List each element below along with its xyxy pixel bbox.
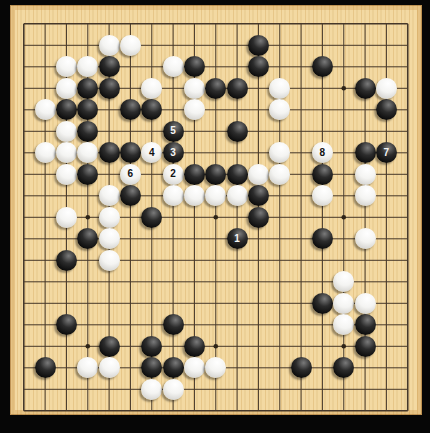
board-point[interactable] xyxy=(56,56,77,78)
board-point[interactable] xyxy=(162,293,183,315)
board-point[interactable] xyxy=(354,121,375,143)
board-point[interactable] xyxy=(120,78,141,100)
board-point[interactable] xyxy=(205,336,226,358)
board-point[interactable] xyxy=(98,78,119,100)
board-point[interactable] xyxy=(333,35,354,57)
board-point[interactable] xyxy=(56,207,77,229)
board-point[interactable] xyxy=(333,336,354,358)
board-point[interactable] xyxy=(333,207,354,229)
board-point[interactable] xyxy=(354,379,375,401)
board-point[interactable] xyxy=(205,13,226,35)
board-point[interactable] xyxy=(34,164,55,186)
board-point[interactable] xyxy=(77,35,98,57)
board-point[interactable] xyxy=(34,250,55,272)
board-point[interactable] xyxy=(77,164,98,186)
board-point[interactable] xyxy=(376,35,397,57)
board-point[interactable] xyxy=(120,99,141,121)
board-point[interactable] xyxy=(226,35,247,57)
board-point[interactable] xyxy=(397,121,418,143)
board-point[interactable] xyxy=(162,35,183,57)
board-point[interactable] xyxy=(98,228,119,250)
board-point[interactable] xyxy=(248,379,269,401)
board-point[interactable] xyxy=(248,400,269,422)
board-point[interactable] xyxy=(397,400,418,422)
board-point[interactable] xyxy=(226,314,247,336)
board-point[interactable] xyxy=(290,314,311,336)
board-point[interactable] xyxy=(226,207,247,229)
board-point[interactable] xyxy=(34,293,55,315)
board-point[interactable] xyxy=(120,185,141,207)
board-point[interactable] xyxy=(162,78,183,100)
board-point[interactable] xyxy=(333,271,354,293)
board-point[interactable] xyxy=(354,250,375,272)
board-point[interactable] xyxy=(290,228,311,250)
board-point[interactable] xyxy=(56,271,77,293)
board-point[interactable] xyxy=(376,207,397,229)
board-point[interactable] xyxy=(120,271,141,293)
board-point[interactable] xyxy=(184,379,205,401)
board-point[interactable] xyxy=(354,99,375,121)
board-point[interactable] xyxy=(120,228,141,250)
board-point[interactable] xyxy=(162,99,183,121)
board-point[interactable] xyxy=(56,99,77,121)
goban[interactable]: 54387621 xyxy=(10,5,422,415)
board-point[interactable] xyxy=(248,336,269,358)
board-point[interactable] xyxy=(77,185,98,207)
board-point[interactable] xyxy=(397,164,418,186)
board-point[interactable] xyxy=(98,121,119,143)
board-point[interactable] xyxy=(56,121,77,143)
board-point[interactable] xyxy=(162,207,183,229)
board-point[interactable] xyxy=(290,357,311,379)
board-point[interactable] xyxy=(248,99,269,121)
board-point[interactable] xyxy=(120,13,141,35)
board-point[interactable] xyxy=(184,314,205,336)
board-point[interactable] xyxy=(269,357,290,379)
board-point[interactable] xyxy=(226,164,247,186)
board-point[interactable] xyxy=(162,271,183,293)
board-point[interactable] xyxy=(184,271,205,293)
board-point[interactable] xyxy=(269,121,290,143)
board-point[interactable] xyxy=(13,314,34,336)
board-point[interactable] xyxy=(333,78,354,100)
board-point[interactable] xyxy=(184,336,205,358)
board-point[interactable] xyxy=(226,250,247,272)
board-point[interactable] xyxy=(184,35,205,57)
board-point[interactable] xyxy=(120,293,141,315)
board-point[interactable] xyxy=(98,314,119,336)
board-point[interactable] xyxy=(34,99,55,121)
board-point[interactable] xyxy=(354,35,375,57)
board-point[interactable] xyxy=(162,13,183,35)
board-point[interactable] xyxy=(333,99,354,121)
board-point[interactable] xyxy=(248,142,269,164)
board-point[interactable] xyxy=(290,78,311,100)
board-point[interactable] xyxy=(269,336,290,358)
board-point[interactable] xyxy=(56,336,77,358)
board-point[interactable] xyxy=(248,250,269,272)
board-point[interactable] xyxy=(205,271,226,293)
board-point[interactable] xyxy=(184,99,205,121)
board-point[interactable] xyxy=(205,78,226,100)
board-point[interactable] xyxy=(56,293,77,315)
board-point[interactable] xyxy=(56,228,77,250)
board-point[interactable] xyxy=(184,13,205,35)
board-point[interactable] xyxy=(312,379,333,401)
board-point[interactable] xyxy=(141,314,162,336)
board-point[interactable] xyxy=(269,293,290,315)
board-point[interactable] xyxy=(226,357,247,379)
board-point[interactable] xyxy=(56,379,77,401)
board-point[interactable] xyxy=(34,35,55,57)
board-point[interactable] xyxy=(397,99,418,121)
board-point[interactable] xyxy=(397,250,418,272)
board-point[interactable] xyxy=(141,293,162,315)
board-point[interactable] xyxy=(205,142,226,164)
board-point[interactable] xyxy=(248,13,269,35)
board-point[interactable] xyxy=(162,400,183,422)
board-point[interactable] xyxy=(98,250,119,272)
board-point[interactable] xyxy=(98,207,119,229)
board-point[interactable] xyxy=(333,185,354,207)
board-point[interactable] xyxy=(34,13,55,35)
board-point[interactable] xyxy=(376,400,397,422)
board-point[interactable] xyxy=(13,357,34,379)
board-point[interactable] xyxy=(290,99,311,121)
board-point[interactable] xyxy=(397,228,418,250)
board-point[interactable] xyxy=(376,250,397,272)
board-point[interactable] xyxy=(13,13,34,35)
board-point[interactable] xyxy=(312,293,333,315)
board-point[interactable] xyxy=(312,185,333,207)
board-point[interactable] xyxy=(162,56,183,78)
board-point[interactable] xyxy=(162,336,183,358)
board-point[interactable] xyxy=(312,121,333,143)
board-point[interactable] xyxy=(397,13,418,35)
board-point[interactable] xyxy=(269,142,290,164)
board-point[interactable] xyxy=(77,142,98,164)
board-point[interactable] xyxy=(226,121,247,143)
board-point[interactable] xyxy=(77,336,98,358)
board-point[interactable] xyxy=(290,207,311,229)
board-point[interactable] xyxy=(290,379,311,401)
board-point[interactable] xyxy=(376,228,397,250)
board-point[interactable] xyxy=(205,164,226,186)
board-point[interactable] xyxy=(13,400,34,422)
board-point[interactable] xyxy=(13,207,34,229)
board-point[interactable] xyxy=(120,357,141,379)
board-point[interactable] xyxy=(269,207,290,229)
board-point[interactable] xyxy=(98,293,119,315)
board-point[interactable] xyxy=(184,207,205,229)
board-point[interactable] xyxy=(333,121,354,143)
board-point[interactable] xyxy=(226,13,247,35)
board-point[interactable] xyxy=(56,185,77,207)
board-point[interactable]: 1 xyxy=(226,228,247,250)
board-point[interactable] xyxy=(269,35,290,57)
board-point[interactable] xyxy=(184,250,205,272)
board-point[interactable] xyxy=(269,271,290,293)
board-point[interactable] xyxy=(312,336,333,358)
board-point[interactable] xyxy=(312,99,333,121)
board-point[interactable] xyxy=(184,228,205,250)
board-point[interactable] xyxy=(248,271,269,293)
board-point[interactable] xyxy=(98,56,119,78)
board-point[interactable] xyxy=(205,379,226,401)
board-point[interactable] xyxy=(141,336,162,358)
board-point[interactable] xyxy=(56,78,77,100)
board-point[interactable] xyxy=(120,121,141,143)
board-point[interactable]: 8 xyxy=(312,142,333,164)
board-point[interactable] xyxy=(141,164,162,186)
board-point[interactable] xyxy=(56,250,77,272)
board-point[interactable] xyxy=(56,142,77,164)
board-point[interactable]: 5 xyxy=(162,121,183,143)
board-point[interactable] xyxy=(397,379,418,401)
board-point[interactable] xyxy=(354,271,375,293)
board-point[interactable] xyxy=(184,164,205,186)
board-point[interactable] xyxy=(120,314,141,336)
board-point[interactable] xyxy=(248,121,269,143)
board-point[interactable] xyxy=(120,250,141,272)
board-point[interactable] xyxy=(98,400,119,422)
board-point[interactable] xyxy=(141,99,162,121)
board-point[interactable]: 7 xyxy=(376,142,397,164)
board-point[interactable] xyxy=(205,185,226,207)
board-point[interactable] xyxy=(354,357,375,379)
board-point[interactable] xyxy=(248,357,269,379)
board-point[interactable] xyxy=(397,271,418,293)
board-point[interactable] xyxy=(13,228,34,250)
board-point[interactable] xyxy=(290,121,311,143)
board-point[interactable] xyxy=(226,56,247,78)
board-point[interactable] xyxy=(354,293,375,315)
board-point[interactable] xyxy=(13,293,34,315)
board-point[interactable] xyxy=(184,121,205,143)
board-point[interactable] xyxy=(354,164,375,186)
board-point[interactable] xyxy=(98,142,119,164)
board-point[interactable] xyxy=(226,293,247,315)
board-point[interactable] xyxy=(205,357,226,379)
board-point[interactable] xyxy=(248,314,269,336)
board-point[interactable] xyxy=(98,164,119,186)
board-point[interactable] xyxy=(205,293,226,315)
board-point[interactable] xyxy=(98,357,119,379)
board-point[interactable] xyxy=(98,13,119,35)
board-point[interactable] xyxy=(397,56,418,78)
board-point[interactable] xyxy=(376,271,397,293)
board-point[interactable] xyxy=(333,56,354,78)
board-point[interactable] xyxy=(56,400,77,422)
board-point[interactable] xyxy=(333,142,354,164)
board-point[interactable] xyxy=(77,121,98,143)
board-point[interactable] xyxy=(312,207,333,229)
board-point[interactable] xyxy=(248,164,269,186)
board-point[interactable] xyxy=(205,314,226,336)
board-point[interactable] xyxy=(248,293,269,315)
board-point[interactable] xyxy=(269,13,290,35)
board-point[interactable] xyxy=(376,185,397,207)
board-point[interactable] xyxy=(162,228,183,250)
board-point[interactable] xyxy=(290,56,311,78)
board-point[interactable] xyxy=(77,293,98,315)
board-point[interactable] xyxy=(162,185,183,207)
board-point[interactable] xyxy=(162,357,183,379)
board-point[interactable] xyxy=(333,379,354,401)
board-point[interactable] xyxy=(205,400,226,422)
board-point[interactable] xyxy=(141,78,162,100)
board-point[interactable] xyxy=(269,379,290,401)
board-point[interactable] xyxy=(226,78,247,100)
board-point[interactable] xyxy=(13,56,34,78)
board-point[interactable] xyxy=(34,207,55,229)
board-point[interactable] xyxy=(354,207,375,229)
board-point[interactable] xyxy=(205,56,226,78)
board-point[interactable] xyxy=(141,228,162,250)
board-point[interactable] xyxy=(248,78,269,100)
board-point[interactable] xyxy=(184,142,205,164)
board-point[interactable] xyxy=(34,357,55,379)
board-point[interactable] xyxy=(397,185,418,207)
board-point[interactable] xyxy=(333,293,354,315)
board-point[interactable] xyxy=(248,228,269,250)
board-point[interactable] xyxy=(269,56,290,78)
board-point[interactable] xyxy=(98,271,119,293)
board-point[interactable] xyxy=(376,357,397,379)
board-point[interactable] xyxy=(77,78,98,100)
board-point[interactable] xyxy=(376,78,397,100)
board-point[interactable] xyxy=(205,99,226,121)
board-point[interactable] xyxy=(312,400,333,422)
board-point[interactable] xyxy=(205,121,226,143)
board-point[interactable] xyxy=(120,207,141,229)
board-point[interactable] xyxy=(248,185,269,207)
board-point[interactable] xyxy=(354,56,375,78)
board-point[interactable] xyxy=(226,99,247,121)
board-point[interactable] xyxy=(184,400,205,422)
board-point[interactable] xyxy=(290,35,311,57)
board-point[interactable] xyxy=(333,400,354,422)
board-point[interactable] xyxy=(77,314,98,336)
board-point[interactable] xyxy=(56,35,77,57)
board-point[interactable] xyxy=(354,336,375,358)
board-point[interactable] xyxy=(56,357,77,379)
board-point[interactable] xyxy=(98,379,119,401)
board-point[interactable] xyxy=(333,250,354,272)
board-point[interactable] xyxy=(34,271,55,293)
board-point[interactable] xyxy=(77,56,98,78)
board-point[interactable] xyxy=(376,56,397,78)
board-point[interactable] xyxy=(13,250,34,272)
board-point[interactable] xyxy=(312,271,333,293)
board-point[interactable] xyxy=(56,314,77,336)
board-point[interactable] xyxy=(98,99,119,121)
board-point[interactable] xyxy=(269,314,290,336)
board-point[interactable] xyxy=(13,185,34,207)
board-point[interactable] xyxy=(13,271,34,293)
board-point[interactable] xyxy=(354,78,375,100)
board-point[interactable] xyxy=(397,293,418,315)
board-point[interactable] xyxy=(354,314,375,336)
board-point[interactable] xyxy=(397,336,418,358)
board-point[interactable] xyxy=(290,400,311,422)
board-point[interactable] xyxy=(312,228,333,250)
board-point[interactable] xyxy=(290,13,311,35)
board-point[interactable] xyxy=(269,228,290,250)
board-point[interactable] xyxy=(141,56,162,78)
board-point[interactable] xyxy=(376,293,397,315)
board-point[interactable] xyxy=(376,121,397,143)
board-point[interactable] xyxy=(141,250,162,272)
board-point[interactable] xyxy=(290,336,311,358)
board-point[interactable] xyxy=(269,185,290,207)
board-point[interactable] xyxy=(77,13,98,35)
board-point[interactable] xyxy=(397,35,418,57)
board-point[interactable] xyxy=(34,400,55,422)
board-point[interactable] xyxy=(141,379,162,401)
board-point[interactable] xyxy=(205,207,226,229)
board-point[interactable] xyxy=(312,56,333,78)
board-point[interactable] xyxy=(13,121,34,143)
board-point[interactable] xyxy=(77,207,98,229)
board-point[interactable] xyxy=(13,164,34,186)
board-point[interactable] xyxy=(56,164,77,186)
board-point[interactable] xyxy=(205,35,226,57)
board-point[interactable] xyxy=(333,357,354,379)
board-point[interactable] xyxy=(34,56,55,78)
board-point[interactable] xyxy=(184,78,205,100)
board-point[interactable] xyxy=(226,379,247,401)
board-point[interactable] xyxy=(77,379,98,401)
board-point[interactable] xyxy=(184,357,205,379)
board-point[interactable] xyxy=(376,379,397,401)
board-point[interactable] xyxy=(205,250,226,272)
board-point[interactable] xyxy=(77,357,98,379)
board-point[interactable] xyxy=(312,250,333,272)
board-point[interactable] xyxy=(13,379,34,401)
board-point[interactable] xyxy=(376,336,397,358)
board-point[interactable] xyxy=(269,78,290,100)
board-point[interactable] xyxy=(184,185,205,207)
board-point[interactable] xyxy=(226,185,247,207)
board-point[interactable] xyxy=(77,99,98,121)
board-point[interactable]: 6 xyxy=(120,164,141,186)
board-point[interactable] xyxy=(354,142,375,164)
board-point[interactable] xyxy=(56,13,77,35)
board-point[interactable] xyxy=(77,271,98,293)
board-point[interactable] xyxy=(34,314,55,336)
board-point[interactable] xyxy=(312,314,333,336)
board-point[interactable] xyxy=(120,400,141,422)
board-point[interactable] xyxy=(13,78,34,100)
board-point[interactable] xyxy=(397,314,418,336)
board-point[interactable] xyxy=(162,250,183,272)
board-point[interactable] xyxy=(162,379,183,401)
board-point[interactable] xyxy=(205,228,226,250)
board-point[interactable] xyxy=(77,228,98,250)
board-point[interactable] xyxy=(13,336,34,358)
board-point[interactable]: 2 xyxy=(162,164,183,186)
board-point[interactable] xyxy=(290,293,311,315)
board-point[interactable]: 3 xyxy=(162,142,183,164)
board-point[interactable] xyxy=(354,228,375,250)
board-point[interactable] xyxy=(248,56,269,78)
board-point[interactable] xyxy=(354,185,375,207)
board-point[interactable] xyxy=(269,400,290,422)
board-point[interactable] xyxy=(376,164,397,186)
board-point[interactable] xyxy=(141,185,162,207)
board-point[interactable] xyxy=(141,400,162,422)
